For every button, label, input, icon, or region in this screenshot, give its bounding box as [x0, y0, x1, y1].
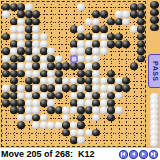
board-point-H6[interactable]: [55, 99, 63, 106]
board-point-P1[interactable]: [107, 136, 115, 143]
board-point-T13[interactable]: ●: [137, 48, 145, 55]
board-point-S6[interactable]: [130, 99, 138, 106]
white-stone: ○: [115, 107, 123, 115]
board-point-A4[interactable]: [2, 114, 10, 121]
board-point-F18[interactable]: [40, 11, 48, 18]
board-point-L3[interactable]: ●: [77, 122, 85, 129]
board-point-D19[interactable]: ○: [25, 3, 33, 10]
board-point-E18[interactable]: ●: [32, 11, 40, 18]
board-point-Q6[interactable]: [115, 99, 123, 106]
black-tray-stone: [150, 9, 159, 17]
board-point-H17[interactable]: [55, 18, 63, 25]
board-point-B2[interactable]: [10, 129, 18, 136]
board-point-Q2[interactable]: [115, 129, 123, 136]
white-stone: ○: [100, 48, 108, 56]
board-point-Q15[interactable]: ●: [115, 33, 123, 40]
board-point-J12[interactable]: [62, 55, 70, 62]
black-stone: ●: [55, 92, 63, 100]
step-back-button[interactable]: [129, 150, 139, 159]
board-point-Q1[interactable]: [115, 136, 123, 143]
board-point-N3[interactable]: [92, 122, 100, 129]
board-point-G13[interactable]: ○: [47, 48, 55, 55]
board-point-R8[interactable]: ●: [122, 85, 130, 92]
step-back-icon: [132, 152, 135, 156]
step-forward-icon: [142, 152, 145, 156]
side-panel: PASS: [148, 0, 160, 148]
board-point-K12[interactable]: [70, 55, 78, 62]
board-point-T11[interactable]: [137, 62, 145, 69]
board-point-S8[interactable]: [130, 85, 138, 92]
board-point-H1[interactable]: [55, 136, 63, 143]
board-point-F17[interactable]: [40, 18, 48, 25]
board-point-O3[interactable]: [100, 122, 108, 129]
board-point-G1[interactable]: [47, 136, 55, 143]
white-stone: ○: [92, 114, 100, 122]
board-point-N1[interactable]: [92, 136, 100, 143]
board-point-D1[interactable]: [25, 136, 33, 143]
white-stone: ○: [77, 136, 85, 144]
black-stone: ●: [92, 129, 100, 137]
go-to-first-move-button[interactable]: [119, 150, 129, 159]
board-point-T7[interactable]: [137, 92, 145, 99]
black-tray-stone: [150, 24, 159, 32]
board-point-R13[interactable]: [122, 48, 130, 55]
board-point-K17[interactable]: [70, 18, 78, 25]
board-point-G15[interactable]: [47, 33, 55, 40]
board-point-S9[interactable]: [130, 77, 138, 84]
board-point-R4[interactable]: [122, 114, 130, 121]
board-point-A3[interactable]: [2, 122, 10, 129]
black-stone: ●: [17, 121, 25, 129]
board-point-F15[interactable]: ○: [40, 33, 48, 40]
board-point-H12[interactable]: ○: [55, 55, 63, 62]
board-point-A2[interactable]: [2, 129, 10, 136]
board-point-A1[interactable]: [2, 136, 10, 143]
board-point-N4[interactable]: ○: [92, 114, 100, 121]
board-point-T6[interactable]: [137, 99, 145, 106]
board-point-T12[interactable]: ●: [137, 55, 145, 62]
board-point-J19[interactable]: [62, 3, 70, 10]
board-point-J17[interactable]: [62, 18, 70, 25]
board-point-S11[interactable]: ●: [130, 62, 138, 69]
go-app-screen: ●●●○○●●○●●●●●○○●●●○●●○○●●○●○○●○●○●●○●●○○…: [0, 0, 160, 160]
board-point-T8[interactable]: [137, 85, 145, 92]
board-point-H18[interactable]: [55, 11, 63, 18]
board-point-G14[interactable]: [47, 40, 55, 47]
board-point-F14[interactable]: ○: [40, 40, 48, 47]
board-point-Q7[interactable]: ○: [115, 92, 123, 99]
board-point-T2[interactable]: [137, 129, 145, 136]
board-point-S7[interactable]: [130, 92, 138, 99]
board-point-N2[interactable]: ●: [92, 129, 100, 136]
board-point-C1[interactable]: [17, 136, 25, 143]
board-point-T9[interactable]: [137, 77, 145, 84]
board-point-G18[interactable]: [47, 11, 55, 18]
board-grid: ●●●○○●●○●●●●●○○●●●○●●○○●●○●○○●○●○●●○●●○○…: [2, 3, 145, 144]
board-point-P12[interactable]: [107, 55, 115, 62]
board-point-F16[interactable]: [40, 25, 48, 32]
white-stone: ○: [2, 11, 10, 19]
white-stone: ○: [115, 92, 123, 100]
board-point-O18[interactable]: ●: [100, 11, 108, 18]
board-point-O13[interactable]: ○: [100, 48, 108, 55]
star-point: [73, 73, 75, 75]
board-point-P16[interactable]: [107, 25, 115, 32]
board-point-T17[interactable]: ●: [137, 18, 145, 25]
board-point-H10[interactable]: ●: [55, 70, 63, 77]
board-point-P4[interactable]: ●: [107, 114, 115, 121]
board-point-S5[interactable]: [130, 107, 138, 114]
board-point-F2[interactable]: [40, 129, 48, 136]
board-point-S3[interactable]: [130, 122, 138, 129]
board-point-H13[interactable]: [55, 48, 63, 55]
go-to-last-move-button[interactable]: [149, 150, 159, 159]
black-tray-stone: [150, 16, 159, 24]
star-point: [118, 28, 120, 30]
black-stone: ●: [130, 62, 138, 70]
board-point-R3[interactable]: [122, 122, 130, 129]
board-point-R14[interactable]: ●: [122, 40, 130, 47]
board-point-Q19[interactable]: [115, 3, 123, 10]
white-stone: ○: [122, 18, 130, 26]
board-point-G6[interactable]: ○: [47, 99, 55, 106]
board-point-P19[interactable]: [107, 3, 115, 10]
pass-button[interactable]: PASS: [148, 54, 160, 88]
board-point-H14[interactable]: [55, 40, 63, 47]
board-point-P11[interactable]: [107, 62, 115, 69]
board-point-R15[interactable]: [122, 33, 130, 40]
board-point-T5[interactable]: [137, 107, 145, 114]
board-point-Q16[interactable]: [115, 25, 123, 32]
board-point-T14[interactable]: ●: [137, 40, 145, 47]
board-point-S10[interactable]: [130, 70, 138, 77]
black-tray-stone: [150, 1, 159, 9]
board-point-R6[interactable]: [122, 99, 130, 106]
board-point-G19[interactable]: [47, 3, 55, 10]
board-point-L18[interactable]: [77, 11, 85, 18]
board-point-B9[interactable]: ●: [10, 77, 18, 84]
status-bar: Move 205 of 268: K12: [0, 148, 160, 160]
board-point-E19[interactable]: [32, 3, 40, 10]
pass-button-label: PASS: [152, 61, 159, 82]
board-point-R10[interactable]: [122, 70, 130, 77]
board-point-G17[interactable]: [47, 18, 55, 25]
board-point-N12[interactable]: ○: [92, 55, 100, 62]
board-point-M19[interactable]: [85, 3, 93, 10]
board-point-J15[interactable]: [62, 33, 70, 40]
board-point-T1[interactable]: [137, 136, 145, 143]
black-stone: ●: [137, 55, 145, 63]
white-stone: ○: [77, 3, 85, 11]
board-point-Q12[interactable]: [115, 55, 123, 62]
board-point-R17[interactable]: ○: [122, 18, 130, 25]
board-point-F4[interactable]: ○: [40, 114, 48, 121]
board-point-R12[interactable]: [122, 55, 130, 62]
board-point-P3[interactable]: [107, 122, 115, 129]
board-point-C3[interactable]: ●: [17, 122, 25, 129]
board-point-O2[interactable]: [100, 129, 108, 136]
board-point-A18[interactable]: ○: [2, 11, 10, 18]
board-point-H19[interactable]: [55, 3, 63, 10]
star-point: [118, 117, 120, 119]
board-point-O1[interactable]: [100, 136, 108, 143]
white-tray-stone: [150, 140, 159, 148]
board-point-P10[interactable]: ●: [107, 70, 115, 77]
current-move-marker: [70, 55, 77, 62]
board-point-Q10[interactable]: [115, 70, 123, 77]
board-point-N17[interactable]: ○: [92, 18, 100, 25]
board-point-T16[interactable]: ●: [137, 25, 145, 32]
board-point-R7[interactable]: [122, 92, 130, 99]
black-stone: ●: [107, 114, 115, 122]
board-point-G4[interactable]: [47, 114, 55, 121]
board-point-T15[interactable]: ●: [137, 33, 145, 40]
board-point-E16[interactable]: ○: [32, 25, 40, 32]
board-point-D2[interactable]: [25, 129, 33, 136]
board-point-B1[interactable]: [10, 136, 18, 143]
board-point-J10[interactable]: [62, 70, 70, 77]
board-point-H7[interactable]: ●: [55, 92, 63, 99]
board-point-E2[interactable]: [32, 129, 40, 136]
board-point-L4[interactable]: ●: [77, 114, 85, 121]
board-point-S4[interactable]: [130, 114, 138, 121]
board-point-O19[interactable]: [100, 3, 108, 10]
navigation-buttons: [119, 150, 159, 159]
board-point-N11[interactable]: ●: [92, 62, 100, 69]
board-point-T18[interactable]: ●: [137, 11, 145, 18]
star-point: [118, 73, 120, 75]
board-point-Q4[interactable]: [115, 114, 123, 121]
board-point-L1[interactable]: ○: [77, 136, 85, 143]
black-stone: ●: [122, 40, 130, 48]
board-point-R9[interactable]: ●: [122, 77, 130, 84]
board-point-T4[interactable]: [137, 114, 145, 121]
board-point-E17[interactable]: ●: [32, 18, 40, 25]
board-point-S1[interactable]: [130, 136, 138, 143]
board-point-Q5[interactable]: ○: [115, 107, 123, 114]
board-point-C2[interactable]: [17, 129, 25, 136]
board-point-T10[interactable]: [137, 70, 145, 77]
board-point-E1[interactable]: [32, 136, 40, 143]
board-point-J18[interactable]: [62, 11, 70, 18]
board-point-E5[interactable]: ○: [32, 107, 40, 114]
board-point-R1[interactable]: [122, 136, 130, 143]
go-board: ●●●○○●●○●●●●●○○●●●○●●○○●●○●○○●○●○●●○●●○○…: [0, 0, 148, 148]
board-point-G16[interactable]: [47, 25, 55, 32]
board-point-J4[interactable]: ○: [62, 114, 70, 121]
board-point-Q11[interactable]: [115, 62, 123, 69]
board-point-H15[interactable]: [55, 33, 63, 40]
board-point-R2[interactable]: [122, 129, 130, 136]
star-point: [73, 117, 75, 119]
board-point-O12[interactable]: [100, 55, 108, 62]
board-point-P13[interactable]: [107, 48, 115, 55]
board-point-P2[interactable]: [107, 129, 115, 136]
board-point-F19[interactable]: [40, 3, 48, 10]
black-stone: ●: [122, 84, 130, 92]
board-point-P6[interactable]: ●: [107, 99, 115, 106]
board-point-S2[interactable]: [130, 129, 138, 136]
black-stone: ●: [100, 11, 108, 19]
board-point-K18[interactable]: [70, 11, 78, 18]
board-point-O16[interactable]: ●: [100, 25, 108, 32]
board-point-L19[interactable]: ○: [77, 3, 85, 10]
board-point-Q3[interactable]: [115, 122, 123, 129]
board-point-T19[interactable]: ●: [137, 3, 145, 10]
board-point-G2[interactable]: [47, 129, 55, 136]
step-forward-button[interactable]: [139, 150, 149, 159]
board-point-H16[interactable]: [55, 25, 63, 32]
board-point-M3[interactable]: [85, 122, 93, 129]
board-point-O11[interactable]: [100, 62, 108, 69]
board-point-M1[interactable]: [85, 136, 93, 143]
board-point-N19[interactable]: [92, 3, 100, 10]
board-point-Q13[interactable]: [115, 48, 123, 55]
board-point-T3[interactable]: [137, 122, 145, 129]
board-point-N10[interactable]: ○: [92, 70, 100, 77]
board-point-R5[interactable]: [122, 107, 130, 114]
move-status-text: Move 205 of 268: K12: [1, 148, 95, 160]
board-point-F1[interactable]: [40, 136, 48, 143]
board-point-L16[interactable]: ○: [77, 25, 85, 32]
